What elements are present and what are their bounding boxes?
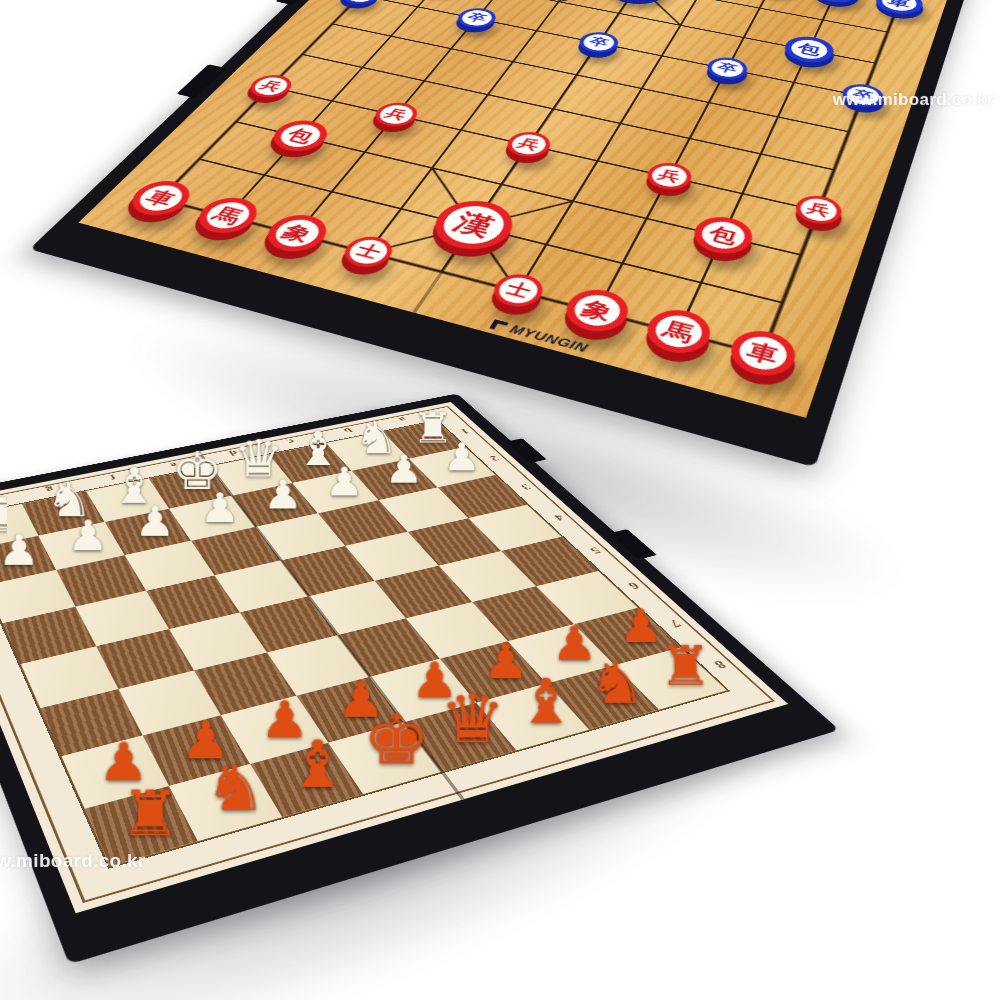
chess-piece-red-king[interactable]: ♚ bbox=[363, 706, 431, 775]
product-photo-scene: 車馬象士士象馬車楚包包卒卒卒卒卒兵兵兵兵兵包包漢車馬象士士象馬車 MYUNGIN… bbox=[0, 0, 1000, 1000]
chess-piece-white-pawn[interactable]: ♟ bbox=[385, 450, 424, 489]
chess-piece-white-pawn[interactable]: ♟ bbox=[200, 488, 240, 528]
chess-rank-label-5: 5 bbox=[581, 544, 609, 557]
chess-rank-label-6: 6 bbox=[619, 578, 648, 592]
chess-piece-white-pawn[interactable]: ♟ bbox=[0, 529, 40, 571]
chess-piece-red-bishop[interactable]: ♝ bbox=[516, 671, 577, 733]
chess-piece-red-knight[interactable]: ♞ bbox=[204, 756, 267, 820]
chess-piece-red-rook[interactable]: ♜ bbox=[658, 638, 713, 693]
chess-rank-label-4: 4 bbox=[545, 511, 572, 523]
janggi-piece-character: 兵 bbox=[250, 75, 292, 97]
chess-rank-label-7: 7 bbox=[659, 616, 690, 631]
chess-piece-red-bishop[interactable]: ♝ bbox=[286, 732, 350, 797]
chess-rank-label-3: 3 bbox=[512, 481, 538, 492]
janggi-piece-character: 包 bbox=[787, 37, 831, 62]
watermark-bottom: www.miboard.co.kr bbox=[0, 850, 146, 872]
chess-square-a5[interactable] bbox=[501, 537, 598, 586]
janggi-piece-character: 卒 bbox=[458, 9, 495, 28]
chess-piece-white-pawn[interactable]: ♟ bbox=[325, 463, 364, 502]
chess-piece-red-knight[interactable]: ♞ bbox=[588, 654, 646, 712]
watermark-top: www.miboard.co.kr bbox=[833, 90, 994, 110]
chess-piece-white-pawn[interactable]: ♟ bbox=[443, 438, 481, 476]
chess-piece-red-pawn[interactable]: ♟ bbox=[618, 604, 664, 650]
janggi-piece-character: 卒 bbox=[580, 33, 617, 53]
chess-piece-white-pawn[interactable]: ♟ bbox=[263, 475, 303, 515]
janggi-piece-character: 卒 bbox=[709, 58, 746, 79]
chess-piece-white-pawn[interactable]: ♟ bbox=[134, 501, 175, 542]
chess-piece-white-pawn[interactable]: ♟ bbox=[67, 515, 109, 557]
chess-piece-red-rook[interactable]: ♜ bbox=[119, 781, 181, 844]
chess-piece-red-queen[interactable]: ♛ bbox=[439, 685, 506, 752]
chess-rank-label-2: 2 bbox=[481, 453, 506, 464]
